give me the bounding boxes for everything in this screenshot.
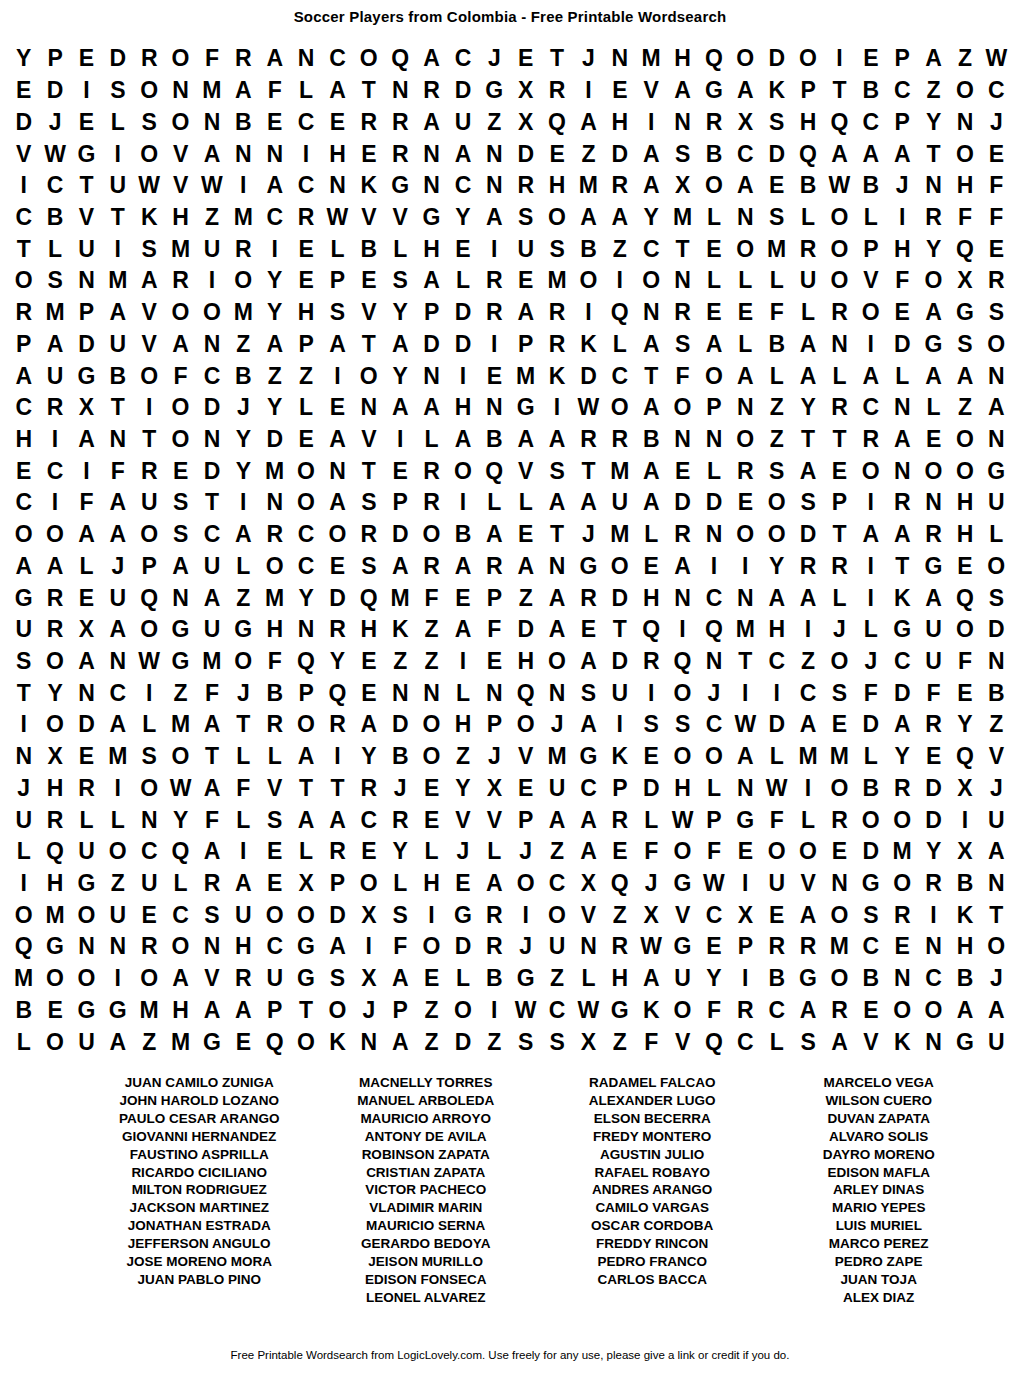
grid-cell: E <box>730 487 761 519</box>
grid-cell: K <box>761 75 792 107</box>
grid-cell: N <box>259 487 290 519</box>
grid-cell: V <box>636 75 667 107</box>
grid-cell: A <box>416 43 447 75</box>
grid-cell: E <box>290 265 321 297</box>
grid-cell: R <box>71 773 102 805</box>
grid-cell: L <box>792 297 823 329</box>
grid-cell: X <box>479 773 510 805</box>
grid-cell: Z <box>604 1026 635 1058</box>
grid-cell: N <box>416 677 447 709</box>
grid-cell: R <box>8 297 39 329</box>
grid-cell: S <box>165 487 196 519</box>
grid-cell: E <box>730 297 761 329</box>
grid-cell: C <box>259 931 290 963</box>
grid-cell: D <box>604 646 635 678</box>
grid-cell: X <box>949 265 980 297</box>
grid-cell: V <box>573 899 604 931</box>
grid-cell: E <box>385 455 416 487</box>
grid-cell: A <box>792 899 823 931</box>
grid-cell: T <box>196 487 227 519</box>
grid-cell: U <box>39 360 70 392</box>
grid-cell: O <box>322 995 353 1027</box>
grid-cell: L <box>290 392 321 424</box>
grid-cell: J <box>510 836 541 868</box>
grid-cell: O <box>165 741 196 773</box>
grid-cell: A <box>730 75 761 107</box>
grid-cell: L <box>479 487 510 519</box>
grid-cell: U <box>918 646 949 678</box>
grid-cell: G <box>447 899 478 931</box>
grid-cell: I <box>792 773 823 805</box>
grid-cell: N <box>636 297 667 329</box>
grid-cell: D <box>8 106 39 138</box>
word-item: LEONEL ALVAREZ <box>315 1289 538 1307</box>
grid-cell: X <box>353 963 384 995</box>
grid-cell: I <box>855 487 886 519</box>
grid-cell: N <box>824 868 855 900</box>
grid-cell: D <box>71 328 102 360</box>
word-item: FREDDY RINCON <box>541 1235 764 1253</box>
grid-cell: D <box>416 328 447 360</box>
grid-cell: O <box>353 360 384 392</box>
word-item: MACNELLY TORRES <box>315 1074 538 1092</box>
grid-cell: O <box>949 138 980 170</box>
grid-cell: A <box>102 614 133 646</box>
grid-cell: L <box>730 328 761 360</box>
grid-cell: M <box>39 899 70 931</box>
grid-cell: T <box>667 233 698 265</box>
grid-cell: A <box>353 709 384 741</box>
grid-cell: Y <box>385 836 416 868</box>
grid-cell: M <box>541 741 572 773</box>
grid-cell: O <box>165 297 196 329</box>
grid-cell: L <box>479 836 510 868</box>
grid-cell: N <box>322 170 353 202</box>
word-item: DAYRO MORENO <box>768 1146 991 1164</box>
grid-cell: E <box>949 677 980 709</box>
grid-cell: A <box>792 328 823 360</box>
grid-cell: T <box>824 424 855 456</box>
grid-cell: Y <box>918 836 949 868</box>
grid-cell: R <box>573 582 604 614</box>
grid-cell: D <box>196 392 227 424</box>
grid-cell: A <box>636 328 667 360</box>
word-item: ALEX DIAZ <box>768 1289 991 1307</box>
grid-cell: A <box>71 424 102 456</box>
grid-cell: A <box>259 170 290 202</box>
grid-cell: A <box>385 328 416 360</box>
grid-cell: O <box>636 265 667 297</box>
grid-cell: U <box>761 868 792 900</box>
grid-cell: A <box>447 551 478 583</box>
grid-cell: A <box>290 741 321 773</box>
grid-cell: O <box>887 995 918 1027</box>
grid-cell: R <box>322 614 353 646</box>
grid-cell: S <box>353 551 384 583</box>
grid-cell: Q <box>541 106 572 138</box>
grid-cell: V <box>667 899 698 931</box>
grid-cell: E <box>322 106 353 138</box>
grid-cell: A <box>510 551 541 583</box>
grid-cell: E <box>510 265 541 297</box>
grid-cell: M <box>196 75 227 107</box>
grid-cell: C <box>604 360 635 392</box>
grid-cell: R <box>824 995 855 1027</box>
grid-cell: R <box>573 424 604 456</box>
grid-cell: C <box>761 995 792 1027</box>
grid-cell: T <box>541 43 572 75</box>
grid-cell: M <box>510 360 541 392</box>
grid-cell: A <box>949 360 980 392</box>
grid-cell: E <box>353 138 384 170</box>
grid-cell: N <box>918 931 949 963</box>
grid-cell: O <box>730 233 761 265</box>
grid-cell: O <box>855 804 886 836</box>
grid-cell: S <box>510 202 541 234</box>
grid-cell: X <box>573 1026 604 1058</box>
grid-cell: Z <box>573 138 604 170</box>
grid-cell: A <box>322 487 353 519</box>
grid-cell: A <box>196 773 227 805</box>
word-item: MARCELO VEGA <box>768 1074 991 1092</box>
word-item: CARLOS BACCA <box>541 1271 764 1289</box>
grid-cell: H <box>447 709 478 741</box>
grid-cell: D <box>698 487 729 519</box>
grid-cell: A <box>385 392 416 424</box>
grid-cell: Z <box>761 424 792 456</box>
grid-cell: N <box>918 170 949 202</box>
grid-cell: R <box>322 709 353 741</box>
grid-cell: O <box>510 868 541 900</box>
grid-cell: R <box>604 804 635 836</box>
grid-cell: L <box>39 233 70 265</box>
word-item: RICARDO CICILIANO <box>88 1164 311 1182</box>
grid-cell: J <box>636 868 667 900</box>
grid-cell: K <box>604 741 635 773</box>
grid-cell: L <box>855 741 886 773</box>
grid-cell: L <box>259 741 290 773</box>
word-item: VLADIMIR MARIN <box>315 1199 538 1217</box>
grid-cell: O <box>667 741 698 773</box>
grid-cell: A <box>918 360 949 392</box>
grid-cell: Q <box>636 614 667 646</box>
grid-cell: N <box>604 43 635 75</box>
grid-cell: W <box>573 392 604 424</box>
grid-cell: A <box>196 138 227 170</box>
grid-cell: Q <box>39 836 70 868</box>
grid-cell: A <box>71 519 102 551</box>
grid-cell: I <box>228 170 259 202</box>
grid-cell: Z <box>479 106 510 138</box>
grid-cell: R <box>918 709 949 741</box>
grid-cell: C <box>887 75 918 107</box>
grid-cell: Z <box>165 677 196 709</box>
grid-cell: N <box>322 455 353 487</box>
grid-cell: X <box>39 741 70 773</box>
grid-cell: I <box>573 297 604 329</box>
word-item: VICTOR PACHECO <box>315 1181 538 1199</box>
grid-cell: B <box>761 963 792 995</box>
grid-cell: S <box>792 1026 823 1058</box>
grid-cell: C <box>196 519 227 551</box>
grid-cell: H <box>353 614 384 646</box>
grid-cell: N <box>667 265 698 297</box>
grid-cell: U <box>71 836 102 868</box>
grid-cell: W <box>322 202 353 234</box>
grid-cell: U <box>196 233 227 265</box>
grid-cell: V <box>855 265 886 297</box>
grid-cell: L <box>228 804 259 836</box>
grid-cell: N <box>196 106 227 138</box>
grid-cell: O <box>824 265 855 297</box>
grid-cell: I <box>949 804 980 836</box>
grid-cell: S <box>636 709 667 741</box>
grid-cell: A <box>730 360 761 392</box>
grid-cell: A <box>730 170 761 202</box>
grid-cell: A <box>636 455 667 487</box>
grid-cell: E <box>918 424 949 456</box>
grid-cell: O <box>290 899 321 931</box>
grid-cell: I <box>730 551 761 583</box>
grid-cell: O <box>134 963 165 995</box>
grid-cell: E <box>322 551 353 583</box>
grid-cell: E <box>510 773 541 805</box>
word-item: ANTONY DE AVILA <box>315 1128 538 1146</box>
word-column-2: MACNELLY TORRESMANUEL ARBOLEDAMAURICIO A… <box>315 1074 538 1307</box>
grid-cell: P <box>134 551 165 583</box>
grid-cell: F <box>761 297 792 329</box>
grid-cell: S <box>385 899 416 931</box>
grid-cell: C <box>792 677 823 709</box>
grid-cell: M <box>228 297 259 329</box>
grid-cell: O <box>698 170 729 202</box>
grid-cell: O <box>918 455 949 487</box>
grid-cell: B <box>353 233 384 265</box>
grid-cell: C <box>887 646 918 678</box>
grid-cell: A <box>165 328 196 360</box>
grid-cell: P <box>290 677 321 709</box>
grid-cell: H <box>761 614 792 646</box>
grid-cell: D <box>447 931 478 963</box>
grid-cell: M <box>887 836 918 868</box>
grid-cell: E <box>698 233 729 265</box>
grid-cell: H <box>416 868 447 900</box>
grid-cell: U <box>541 773 572 805</box>
grid-cell: N <box>730 202 761 234</box>
grid-cell: U <box>981 1026 1012 1058</box>
grid-cell: G <box>71 138 102 170</box>
word-item: MARIO YEPES <box>768 1199 991 1217</box>
grid-cell: C <box>730 138 761 170</box>
grid-cell: E <box>134 899 165 931</box>
grid-cell: Z <box>385 646 416 678</box>
grid-cell: R <box>385 804 416 836</box>
grid-cell: U <box>71 1026 102 1058</box>
grid-cell: F <box>761 804 792 836</box>
grid-cell: Z <box>604 233 635 265</box>
grid-cell: N <box>698 519 729 551</box>
grid-cell: H <box>636 582 667 614</box>
grid-cell: X <box>949 836 980 868</box>
grid-cell: T <box>102 392 133 424</box>
grid-cell: D <box>792 519 823 551</box>
grid-cell: E <box>447 582 478 614</box>
grid-cell: A <box>259 328 290 360</box>
grid-cell: Y <box>165 804 196 836</box>
grid-cell: N <box>981 646 1012 678</box>
grid-cell: Z <box>416 614 447 646</box>
word-item: ALEXANDER LUGO <box>541 1092 764 1110</box>
grid-cell: E <box>228 1026 259 1058</box>
grid-cell: N <box>541 677 572 709</box>
grid-cell: O <box>761 519 792 551</box>
grid-cell: A <box>730 741 761 773</box>
grid-cell: G <box>39 931 70 963</box>
grid-cell: A <box>855 360 886 392</box>
grid-cell: A <box>228 995 259 1027</box>
grid-cell: J <box>573 519 604 551</box>
grid-cell: A <box>416 265 447 297</box>
grid-cell: I <box>290 138 321 170</box>
grid-cell: E <box>416 963 447 995</box>
grid-cell: R <box>541 75 572 107</box>
grid-cell: M <box>259 582 290 614</box>
grid-cell: P <box>479 709 510 741</box>
grid-cell: M <box>667 202 698 234</box>
grid-cell: Q <box>322 677 353 709</box>
grid-cell: U <box>134 487 165 519</box>
grid-cell: Y <box>290 582 321 614</box>
grid-cell: R <box>792 551 823 583</box>
grid-cell: E <box>8 75 39 107</box>
grid-cell: Y <box>228 455 259 487</box>
grid-cell: A <box>636 170 667 202</box>
grid-cell: W <box>698 868 729 900</box>
grid-cell: I <box>447 487 478 519</box>
grid-cell: R <box>39 392 70 424</box>
grid-cell: C <box>855 106 886 138</box>
grid-cell: I <box>71 75 102 107</box>
grid-cell: V <box>385 202 416 234</box>
grid-cell: I <box>385 424 416 456</box>
grid-cell: F <box>228 773 259 805</box>
grid-cell: Y <box>887 741 918 773</box>
grid-cell: E <box>761 899 792 931</box>
grid-cell: J <box>510 931 541 963</box>
grid-cell: R <box>541 297 572 329</box>
grid-cell: R <box>416 551 447 583</box>
grid-cell: A <box>573 836 604 868</box>
grid-cell: J <box>102 551 133 583</box>
grid-cell: L <box>698 773 729 805</box>
grid-cell: K <box>541 360 572 392</box>
grid-cell: A <box>102 709 133 741</box>
grid-cell: O <box>604 551 635 583</box>
grid-cell: Z <box>228 582 259 614</box>
grid-cell: F <box>918 677 949 709</box>
grid-cell: D <box>887 328 918 360</box>
grid-cell: G <box>667 931 698 963</box>
grid-cell: C <box>981 75 1012 107</box>
grid-cell: M <box>636 43 667 75</box>
grid-cell: A <box>981 392 1012 424</box>
grid-cell: Z <box>918 75 949 107</box>
grid-cell: O <box>761 487 792 519</box>
grid-cell: O <box>134 75 165 107</box>
grid-cell: B <box>479 963 510 995</box>
grid-cell: U <box>196 551 227 583</box>
grid-cell: R <box>479 551 510 583</box>
grid-cell: R <box>165 265 196 297</box>
word-item: RAFAEL ROBAYO <box>541 1164 764 1182</box>
grid-cell: S <box>981 582 1012 614</box>
grid-cell: M <box>134 995 165 1027</box>
grid-cell: G <box>604 995 635 1027</box>
grid-cell: X <box>636 899 667 931</box>
grid-cell: P <box>385 487 416 519</box>
grid-cell: G <box>730 804 761 836</box>
grid-cell: A <box>8 360 39 392</box>
grid-cell: S <box>981 297 1012 329</box>
grid-cell: N <box>573 931 604 963</box>
grid-cell: X <box>667 170 698 202</box>
word-item: PEDRO FRANCO <box>541 1253 764 1271</box>
grid-cell: Y <box>385 360 416 392</box>
grid-cell: Y <box>447 773 478 805</box>
grid-cell: C <box>165 899 196 931</box>
grid-cell: R <box>39 582 70 614</box>
grid-cell: G <box>573 551 604 583</box>
word-item: MAURICIO SERNA <box>315 1217 538 1235</box>
grid-cell: W <box>134 646 165 678</box>
grid-cell: L <box>824 360 855 392</box>
grid-cell: A <box>887 709 918 741</box>
grid-cell: U <box>134 868 165 900</box>
grid-cell: R <box>290 202 321 234</box>
grid-cell: C <box>573 773 604 805</box>
grid-cell: M <box>541 265 572 297</box>
grid-cell: P <box>698 392 729 424</box>
grid-cell: N <box>353 1026 384 1058</box>
grid-cell: R <box>730 995 761 1027</box>
grid-cell: Z <box>479 1026 510 1058</box>
grid-cell: R <box>228 233 259 265</box>
grid-cell: N <box>8 741 39 773</box>
grid-cell: K <box>322 1026 353 1058</box>
grid-cell: J <box>447 836 478 868</box>
grid-cell: N <box>918 1026 949 1058</box>
grid-cell: G <box>196 1026 227 1058</box>
grid-cell: M <box>824 741 855 773</box>
grid-cell: I <box>730 677 761 709</box>
grid-cell: V <box>196 963 227 995</box>
grid-cell: G <box>290 931 321 963</box>
grid-cell: O <box>918 265 949 297</box>
grid-cell: O <box>102 836 133 868</box>
grid-cell: F <box>636 1026 667 1058</box>
grid-cell: L <box>918 392 949 424</box>
grid-cell: T <box>8 677 39 709</box>
grid-cell: O <box>887 868 918 900</box>
grid-cell: Z <box>228 328 259 360</box>
grid-cell: F <box>416 582 447 614</box>
grid-cell: J <box>8 773 39 805</box>
grid-cell: G <box>8 582 39 614</box>
grid-cell: N <box>416 170 447 202</box>
grid-cell: T <box>353 455 384 487</box>
grid-cell: A <box>510 297 541 329</box>
grid-cell: V <box>353 297 384 329</box>
